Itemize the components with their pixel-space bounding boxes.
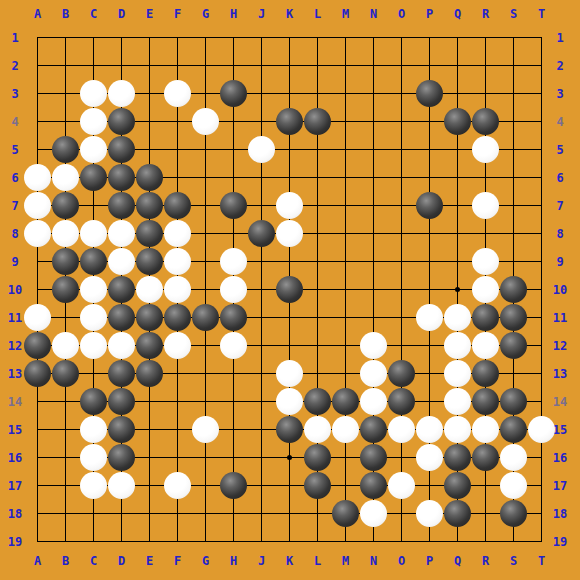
col-label-bottom-J: J <box>258 555 265 567</box>
stone-white-C15[interactable] <box>80 416 107 443</box>
stone-white-S16[interactable] <box>500 444 527 471</box>
stone-white-C12[interactable] <box>80 332 107 359</box>
stone-white-D3[interactable] <box>108 80 135 107</box>
stone-white-L15[interactable] <box>304 416 331 443</box>
row-label-right-6: 6 <box>556 172 563 184</box>
stone-white-A7[interactable] <box>24 192 51 219</box>
grid-line-h-19 <box>37 541 542 542</box>
stone-white-C5[interactable] <box>80 136 107 163</box>
row-label-left-2: 2 <box>11 60 18 72</box>
stone-black-N16[interactable] <box>360 444 387 471</box>
col-label-top-P: P <box>426 8 433 20</box>
row-label-right-12: 12 <box>553 340 567 352</box>
stone-white-D8[interactable] <box>108 220 135 247</box>
col-label-bottom-A: A <box>34 555 41 567</box>
stone-black-H11[interactable] <box>220 304 247 331</box>
stone-white-F12[interactable] <box>164 332 191 359</box>
stone-white-D9[interactable] <box>108 248 135 275</box>
stone-black-E8[interactable] <box>136 220 163 247</box>
stone-black-B9[interactable] <box>52 248 79 275</box>
stone-white-S17[interactable] <box>500 472 527 499</box>
stone-black-S12[interactable] <box>500 332 527 359</box>
col-label-top-J: J <box>258 8 265 20</box>
stone-white-F17[interactable] <box>164 472 191 499</box>
col-label-top-F: F <box>174 8 181 20</box>
stone-black-D16[interactable] <box>108 444 135 471</box>
row-label-right-19: 19 <box>553 536 567 548</box>
stone-black-K4[interactable] <box>276 108 303 135</box>
row-label-right-3: 3 <box>556 88 563 100</box>
stone-white-H9[interactable] <box>220 248 247 275</box>
row-label-left-10: 10 <box>8 284 22 296</box>
stone-white-R15[interactable] <box>472 416 499 443</box>
stone-white-N18[interactable] <box>360 500 387 527</box>
stone-white-P15[interactable] <box>416 416 443 443</box>
stone-white-F8[interactable] <box>164 220 191 247</box>
row-label-left-8: 8 <box>11 228 18 240</box>
stone-white-R5[interactable] <box>472 136 499 163</box>
row-label-right-13: 13 <box>553 368 567 380</box>
stone-white-D17[interactable] <box>108 472 135 499</box>
stone-black-E7[interactable] <box>136 192 163 219</box>
stone-black-N17[interactable] <box>360 472 387 499</box>
stone-white-R7[interactable] <box>472 192 499 219</box>
row-label-left-19: 19 <box>8 536 22 548</box>
stone-black-B10[interactable] <box>52 276 79 303</box>
col-label-bottom-S: S <box>510 555 517 567</box>
stone-black-O13[interactable] <box>388 360 415 387</box>
stone-white-K14[interactable] <box>276 388 303 415</box>
row-label-left-5: 5 <box>11 144 18 156</box>
row-label-right-11: 11 <box>553 312 567 324</box>
col-label-top-S: S <box>510 8 517 20</box>
row-label-left-12: 12 <box>8 340 22 352</box>
stone-black-E11[interactable] <box>136 304 163 331</box>
stone-black-Q18[interactable] <box>444 500 471 527</box>
col-label-bottom-K: K <box>286 555 293 567</box>
stone-black-D15[interactable] <box>108 416 135 443</box>
row-label-right-4: 4 <box>556 116 563 128</box>
stone-white-P16[interactable] <box>416 444 443 471</box>
star-point-Q10 <box>455 287 460 292</box>
stone-black-R16[interactable] <box>472 444 499 471</box>
stone-black-G11[interactable] <box>192 304 219 331</box>
row-label-right-9: 9 <box>556 256 563 268</box>
stone-black-Q4[interactable] <box>444 108 471 135</box>
col-label-top-M: M <box>342 8 349 20</box>
stone-black-D13[interactable] <box>108 360 135 387</box>
stone-black-D14[interactable] <box>108 388 135 415</box>
stone-black-D4[interactable] <box>108 108 135 135</box>
stone-black-Q17[interactable] <box>444 472 471 499</box>
row-label-left-17: 17 <box>8 480 22 492</box>
col-label-top-A: A <box>34 8 41 20</box>
stone-white-Q15[interactable] <box>444 416 471 443</box>
stone-black-J8[interactable] <box>248 220 275 247</box>
col-label-top-E: E <box>146 8 153 20</box>
stone-white-P11[interactable] <box>416 304 443 331</box>
stone-white-B12[interactable] <box>52 332 79 359</box>
col-label-top-B: B <box>62 8 69 20</box>
row-label-left-18: 18 <box>8 508 22 520</box>
row-label-left-11: 11 <box>8 312 22 324</box>
stone-black-E12[interactable] <box>136 332 163 359</box>
row-label-left-4: 4 <box>11 116 18 128</box>
row-label-right-10: 10 <box>553 284 567 296</box>
row-label-right-18: 18 <box>553 508 567 520</box>
col-label-top-H: H <box>230 8 237 20</box>
stone-black-A13[interactable] <box>24 360 51 387</box>
stone-black-L4[interactable] <box>304 108 331 135</box>
stone-white-T15[interactable] <box>528 416 555 443</box>
stone-black-H3[interactable] <box>220 80 247 107</box>
stone-white-F9[interactable] <box>164 248 191 275</box>
row-label-right-2: 2 <box>556 60 563 72</box>
col-label-bottom-F: F <box>174 555 181 567</box>
stone-black-P7[interactable] <box>416 192 443 219</box>
stone-black-F7[interactable] <box>164 192 191 219</box>
col-label-top-G: G <box>202 8 209 20</box>
col-label-bottom-R: R <box>482 555 489 567</box>
grid-line-v-M <box>345 37 346 542</box>
col-label-top-Q: Q <box>454 8 461 20</box>
stone-black-R4[interactable] <box>472 108 499 135</box>
stone-black-B5[interactable] <box>52 136 79 163</box>
stone-black-C6[interactable] <box>80 164 107 191</box>
row-label-left-6: 6 <box>11 172 18 184</box>
stone-white-K13[interactable] <box>276 360 303 387</box>
row-label-left-1: 1 <box>11 32 18 44</box>
stone-black-P3[interactable] <box>416 80 443 107</box>
row-label-left-7: 7 <box>11 200 18 212</box>
stone-black-C14[interactable] <box>80 388 107 415</box>
col-label-top-C: C <box>90 8 97 20</box>
col-label-bottom-L: L <box>314 555 321 567</box>
stone-black-B13[interactable] <box>52 360 79 387</box>
stone-white-C17[interactable] <box>80 472 107 499</box>
col-label-top-N: N <box>370 8 377 20</box>
stone-white-K7[interactable] <box>276 192 303 219</box>
grid-line-v-O <box>401 37 402 542</box>
col-label-bottom-Q: Q <box>454 555 461 567</box>
col-label-bottom-B: B <box>62 555 69 567</box>
stone-black-D5[interactable] <box>108 136 135 163</box>
stone-white-A11[interactable] <box>24 304 51 331</box>
row-label-left-16: 16 <box>8 452 22 464</box>
stone-white-G4[interactable] <box>192 108 219 135</box>
row-label-right-8: 8 <box>556 228 563 240</box>
stone-white-C8[interactable] <box>80 220 107 247</box>
stone-black-N15[interactable] <box>360 416 387 443</box>
stone-black-S18[interactable] <box>500 500 527 527</box>
stone-white-G15[interactable] <box>192 416 219 443</box>
stone-black-D11[interactable] <box>108 304 135 331</box>
stone-black-R11[interactable] <box>472 304 499 331</box>
stone-white-C3[interactable] <box>80 80 107 107</box>
row-label-left-14: 14 <box>8 396 22 408</box>
stone-white-R9[interactable] <box>472 248 499 275</box>
col-label-bottom-G: G <box>202 555 209 567</box>
col-label-bottom-T: T <box>538 555 545 567</box>
stone-black-S11[interactable] <box>500 304 527 331</box>
stone-black-E13[interactable] <box>136 360 163 387</box>
stone-white-C16[interactable] <box>80 444 107 471</box>
stone-white-E10[interactable] <box>136 276 163 303</box>
stone-white-B8[interactable] <box>52 220 79 247</box>
row-label-right-17: 17 <box>553 480 567 492</box>
stone-white-C4[interactable] <box>80 108 107 135</box>
col-label-top-O: O <box>398 8 405 20</box>
stone-black-M14[interactable] <box>332 388 359 415</box>
stone-white-A6[interactable] <box>24 164 51 191</box>
col-label-top-R: R <box>482 8 489 20</box>
stone-white-P18[interactable] <box>416 500 443 527</box>
stone-white-Q12[interactable] <box>444 332 471 359</box>
stone-white-Q11[interactable] <box>444 304 471 331</box>
stone-black-E9[interactable] <box>136 248 163 275</box>
stone-white-R10[interactable] <box>472 276 499 303</box>
stone-white-A8[interactable] <box>24 220 51 247</box>
row-label-left-15: 15 <box>8 424 22 436</box>
row-label-right-14: 14 <box>553 396 567 408</box>
stone-white-C11[interactable] <box>80 304 107 331</box>
stone-white-R12[interactable] <box>472 332 499 359</box>
stone-black-O14[interactable] <box>388 388 415 415</box>
row-label-right-5: 5 <box>556 144 563 156</box>
stone-white-F3[interactable] <box>164 80 191 107</box>
stone-black-C9[interactable] <box>80 248 107 275</box>
go-board-window: AA11BB22CC33DD44EE55FF66GG77HH88JJ99KK10… <box>0 0 580 580</box>
stone-black-D7[interactable] <box>108 192 135 219</box>
stone-white-Q13[interactable] <box>444 360 471 387</box>
stone-black-K15[interactable] <box>276 416 303 443</box>
row-label-right-1: 1 <box>556 32 563 44</box>
stone-white-H10[interactable] <box>220 276 247 303</box>
row-label-left-3: 3 <box>11 88 18 100</box>
stone-white-N13[interactable] <box>360 360 387 387</box>
stone-black-R13[interactable] <box>472 360 499 387</box>
stone-black-E6[interactable] <box>136 164 163 191</box>
col-label-bottom-N: N <box>370 555 377 567</box>
stone-white-N14[interactable] <box>360 388 387 415</box>
stone-white-F10[interactable] <box>164 276 191 303</box>
col-label-bottom-E: E <box>146 555 153 567</box>
stone-white-O17[interactable] <box>388 472 415 499</box>
stone-white-K8[interactable] <box>276 220 303 247</box>
row-label-right-7: 7 <box>556 200 563 212</box>
stone-black-Q16[interactable] <box>444 444 471 471</box>
col-label-bottom-M: M <box>342 555 349 567</box>
stone-black-S14[interactable] <box>500 388 527 415</box>
stone-white-J5[interactable] <box>248 136 275 163</box>
stone-black-D10[interactable] <box>108 276 135 303</box>
col-label-top-K: K <box>286 8 293 20</box>
stone-black-L14[interactable] <box>304 388 331 415</box>
stone-black-H17[interactable] <box>220 472 247 499</box>
stone-white-B6[interactable] <box>52 164 79 191</box>
row-label-right-16: 16 <box>553 452 567 464</box>
col-label-bottom-D: D <box>118 555 125 567</box>
col-label-top-D: D <box>118 8 125 20</box>
stone-black-S10[interactable] <box>500 276 527 303</box>
stone-black-A12[interactable] <box>24 332 51 359</box>
stone-white-N12[interactable] <box>360 332 387 359</box>
stone-black-B7[interactable] <box>52 192 79 219</box>
stone-white-C10[interactable] <box>80 276 107 303</box>
stone-black-R14[interactable] <box>472 388 499 415</box>
star-point-K16 <box>287 455 292 460</box>
stone-white-Q14[interactable] <box>444 388 471 415</box>
stone-black-L17[interactable] <box>304 472 331 499</box>
stone-black-L16[interactable] <box>304 444 331 471</box>
stone-white-O15[interactable] <box>388 416 415 443</box>
stone-black-H7[interactable] <box>220 192 247 219</box>
col-label-bottom-H: H <box>230 555 237 567</box>
stone-black-D6[interactable] <box>108 164 135 191</box>
stone-black-S15[interactable] <box>500 416 527 443</box>
stone-black-F11[interactable] <box>164 304 191 331</box>
row-label-left-13: 13 <box>8 368 22 380</box>
stone-black-M18[interactable] <box>332 500 359 527</box>
col-label-top-L: L <box>314 8 321 20</box>
row-label-left-9: 9 <box>11 256 18 268</box>
stone-white-M15[interactable] <box>332 416 359 443</box>
col-label-bottom-O: O <box>398 555 405 567</box>
stone-white-D12[interactable] <box>108 332 135 359</box>
stone-white-H12[interactable] <box>220 332 247 359</box>
col-label-top-T: T <box>538 8 545 20</box>
grid-line-v-T <box>541 37 542 542</box>
col-label-bottom-C: C <box>90 555 97 567</box>
col-label-bottom-P: P <box>426 555 433 567</box>
stone-black-K10[interactable] <box>276 276 303 303</box>
